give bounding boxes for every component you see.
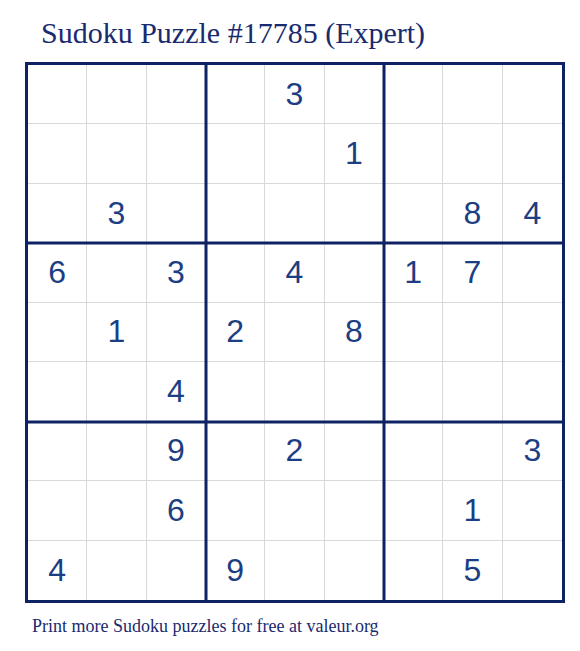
sudoku-cell-r9c9[interactable] bbox=[503, 541, 562, 600]
sudoku-cell-r2c5[interactable] bbox=[265, 124, 324, 183]
sudoku-cell-r2c2[interactable] bbox=[87, 124, 146, 183]
sudoku-cell-r6c7[interactable] bbox=[384, 362, 443, 421]
sudoku-cell-r5c7[interactable] bbox=[384, 303, 443, 362]
sudoku-cell-r7c7[interactable] bbox=[384, 422, 443, 481]
sudoku-cell-r2c6: 1 bbox=[325, 124, 384, 183]
sudoku-cell-r1c6[interactable] bbox=[325, 65, 384, 124]
sudoku-cell-r3c3[interactable] bbox=[147, 184, 206, 243]
sudoku-cell-r1c2[interactable] bbox=[87, 65, 146, 124]
sudoku-cell-r9c7[interactable] bbox=[384, 541, 443, 600]
sudoku-cell-r3c8: 8 bbox=[443, 184, 502, 243]
sudoku-cell-r5c9[interactable] bbox=[503, 303, 562, 362]
sudoku-cell-r3c5[interactable] bbox=[265, 184, 324, 243]
sudoku-cell-r7c8[interactable] bbox=[443, 422, 502, 481]
sudoku-cell-r7c3: 9 bbox=[147, 422, 206, 481]
sudoku-cell-r3c4[interactable] bbox=[206, 184, 265, 243]
box-divider-vertical-2 bbox=[383, 65, 386, 600]
footer-text: Print more Sudoku puzzles for free at va… bbox=[32, 616, 379, 637]
sudoku-board: 3138463417128492361495 bbox=[25, 62, 565, 603]
sudoku-cell-r5c5[interactable] bbox=[265, 303, 324, 362]
sudoku-cell-r4c4[interactable] bbox=[206, 243, 265, 302]
sudoku-cell-r7c9: 3 bbox=[503, 422, 562, 481]
sudoku-cell-r6c3: 4 bbox=[147, 362, 206, 421]
sudoku-cell-r6c2[interactable] bbox=[87, 362, 146, 421]
sudoku-cell-r1c4[interactable] bbox=[206, 65, 265, 124]
sudoku-cell-r2c4[interactable] bbox=[206, 124, 265, 183]
sudoku-cell-r8c8: 1 bbox=[443, 481, 502, 540]
sudoku-cell-r9c1: 4 bbox=[28, 541, 87, 600]
sudoku-cell-r5c3[interactable] bbox=[147, 303, 206, 362]
sudoku-cell-r1c3[interactable] bbox=[147, 65, 206, 124]
puzzle-title: Sudoku Puzzle #17785 (Expert) bbox=[41, 16, 425, 50]
sudoku-cell-r9c6[interactable] bbox=[325, 541, 384, 600]
sudoku-cell-r6c1[interactable] bbox=[28, 362, 87, 421]
sudoku-cell-r5c6: 8 bbox=[325, 303, 384, 362]
sudoku-cell-r5c1[interactable] bbox=[28, 303, 87, 362]
sudoku-cell-r1c1[interactable] bbox=[28, 65, 87, 124]
sudoku-cell-r3c9: 4 bbox=[503, 184, 562, 243]
sudoku-cell-r1c7[interactable] bbox=[384, 65, 443, 124]
sudoku-cell-r9c5[interactable] bbox=[265, 541, 324, 600]
sudoku-cell-r6c5[interactable] bbox=[265, 362, 324, 421]
sudoku-cell-r2c9[interactable] bbox=[503, 124, 562, 183]
sudoku-cell-r6c8[interactable] bbox=[443, 362, 502, 421]
sudoku-page: { "game": "sudoku", "title": "Sudoku Puz… bbox=[0, 0, 580, 651]
sudoku-cell-r9c4: 9 bbox=[206, 541, 265, 600]
sudoku-cell-r6c9[interactable] bbox=[503, 362, 562, 421]
sudoku-cell-r3c2: 3 bbox=[87, 184, 146, 243]
sudoku-cell-r9c2[interactable] bbox=[87, 541, 146, 600]
sudoku-cell-r9c3[interactable] bbox=[147, 541, 206, 600]
sudoku-cell-r8c1[interactable] bbox=[28, 481, 87, 540]
sudoku-cell-r2c8[interactable] bbox=[443, 124, 502, 183]
sudoku-cell-r7c5: 2 bbox=[265, 422, 324, 481]
sudoku-cell-r2c3[interactable] bbox=[147, 124, 206, 183]
sudoku-cell-r2c7[interactable] bbox=[384, 124, 443, 183]
sudoku-cell-r8c4[interactable] bbox=[206, 481, 265, 540]
sudoku-cell-r5c2: 1 bbox=[87, 303, 146, 362]
box-divider-horizontal-2 bbox=[28, 420, 562, 423]
sudoku-cell-r3c6[interactable] bbox=[325, 184, 384, 243]
sudoku-cell-r7c4[interactable] bbox=[206, 422, 265, 481]
sudoku-cell-r2c1[interactable] bbox=[28, 124, 87, 183]
sudoku-cell-r8c7[interactable] bbox=[384, 481, 443, 540]
sudoku-cell-r5c4: 2 bbox=[206, 303, 265, 362]
sudoku-cell-r4c7: 1 bbox=[384, 243, 443, 302]
sudoku-cell-r6c6[interactable] bbox=[325, 362, 384, 421]
sudoku-cell-r4c1: 6 bbox=[28, 243, 87, 302]
sudoku-cell-r8c2[interactable] bbox=[87, 481, 146, 540]
sudoku-cell-r6c4[interactable] bbox=[206, 362, 265, 421]
sudoku-cell-r7c6[interactable] bbox=[325, 422, 384, 481]
sudoku-cell-r5c8[interactable] bbox=[443, 303, 502, 362]
sudoku-cell-r3c1[interactable] bbox=[28, 184, 87, 243]
box-divider-horizontal-1 bbox=[28, 242, 562, 245]
sudoku-cell-r4c5: 4 bbox=[265, 243, 324, 302]
sudoku-cell-r8c5[interactable] bbox=[265, 481, 324, 540]
sudoku-cell-r8c6[interactable] bbox=[325, 481, 384, 540]
sudoku-cell-r8c3: 6 bbox=[147, 481, 206, 540]
sudoku-cell-r4c6[interactable] bbox=[325, 243, 384, 302]
sudoku-cell-r1c8[interactable] bbox=[443, 65, 502, 124]
sudoku-cell-r4c8: 7 bbox=[443, 243, 502, 302]
sudoku-cell-r8c9[interactable] bbox=[503, 481, 562, 540]
sudoku-cell-r1c9[interactable] bbox=[503, 65, 562, 124]
sudoku-cell-r4c9[interactable] bbox=[503, 243, 562, 302]
sudoku-cell-r1c5: 3 bbox=[265, 65, 324, 124]
sudoku-cell-r4c3: 3 bbox=[147, 243, 206, 302]
sudoku-cell-r7c2[interactable] bbox=[87, 422, 146, 481]
sudoku-cell-r3c7[interactable] bbox=[384, 184, 443, 243]
box-divider-vertical-1 bbox=[204, 65, 207, 600]
sudoku-cell-r9c8: 5 bbox=[443, 541, 502, 600]
sudoku-grid: 3138463417128492361495 bbox=[28, 65, 562, 600]
sudoku-cell-r4c2[interactable] bbox=[87, 243, 146, 302]
sudoku-cell-r7c1[interactable] bbox=[28, 422, 87, 481]
